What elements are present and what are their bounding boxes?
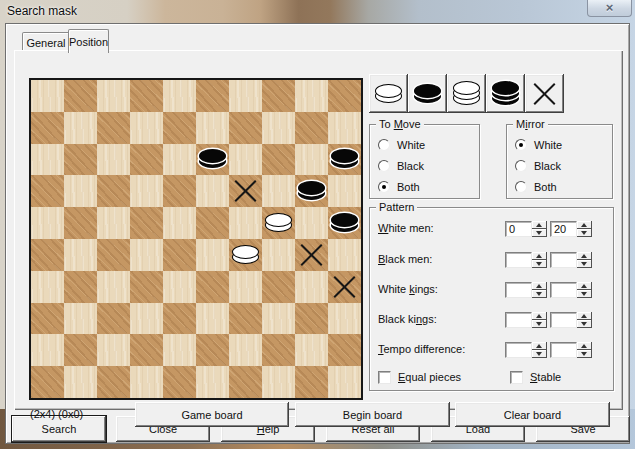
light-square	[196, 175, 229, 207]
square-38[interactable]	[163, 303, 196, 335]
square-36[interactable]	[31, 303, 64, 335]
spin-up[interactable]	[532, 312, 547, 320]
spin-up[interactable]	[577, 221, 592, 229]
spin-up[interactable]	[577, 282, 592, 290]
piece-count-label: (2x4) (0x0)	[30, 408, 83, 420]
light-square	[163, 271, 196, 303]
title-bar: Search mask ×	[0, 0, 635, 23]
white-man-icon	[375, 84, 402, 104]
x-mark	[233, 179, 258, 204]
square-16[interactable]	[31, 175, 64, 207]
spin-up[interactable]	[577, 252, 592, 260]
square-34[interactable]	[262, 271, 295, 303]
light-square	[31, 271, 64, 303]
square-7[interactable]	[97, 112, 130, 144]
light-square	[64, 175, 97, 207]
mirror-white-radio[interactable]: White	[515, 138, 562, 152]
begin-board-button[interactable]: Begin board	[295, 402, 450, 427]
light-square	[262, 239, 295, 271]
light-square	[295, 144, 328, 176]
pattern-group-label: Pattern	[376, 200, 417, 214]
clear-board-button[interactable]: Clear board	[455, 402, 610, 427]
square-25[interactable]	[328, 207, 361, 239]
light-square	[229, 144, 262, 176]
light-square	[196, 112, 229, 144]
light-square	[163, 80, 196, 112]
square-5[interactable]	[328, 80, 361, 112]
mirror-group: Mirror White Black Both	[506, 124, 613, 199]
light-square	[328, 366, 361, 398]
square-48[interactable]	[163, 366, 196, 398]
equal-pieces-checkbox[interactable]: Equal pieces	[378, 370, 461, 384]
mirror-black-radio[interactable]: Black	[515, 159, 561, 173]
light-square	[130, 239, 163, 271]
radio-circle	[378, 160, 390, 172]
light-square	[328, 112, 361, 144]
light-square	[229, 80, 262, 112]
black-men-min-spinner	[532, 252, 547, 268]
light-square	[31, 144, 64, 176]
white-kings-min-spinner	[532, 282, 547, 298]
checkbox-box	[378, 371, 391, 384]
square-30[interactable]	[295, 239, 328, 271]
square-49[interactable]	[229, 366, 262, 398]
light-square	[97, 80, 130, 112]
square-37[interactable]	[97, 303, 130, 335]
radio-circle	[378, 139, 390, 151]
light-square	[97, 144, 130, 176]
search-mask-dialog: General Position (2x4) (0x0) Game board …	[5, 23, 630, 444]
square-23[interactable]	[196, 207, 229, 239]
to-move-both-radio[interactable]: Both	[378, 180, 420, 194]
radio-circle	[515, 160, 527, 172]
light-square	[163, 334, 196, 366]
square-1[interactable]	[64, 80, 97, 112]
radio-circle	[515, 181, 527, 193]
light-square	[196, 366, 229, 398]
x-mark-icon	[532, 81, 557, 106]
light-square	[163, 144, 196, 176]
tab-general[interactable]: General	[22, 32, 70, 52]
square-6[interactable]	[31, 112, 64, 144]
light-square	[64, 239, 97, 271]
light-square	[31, 80, 64, 112]
black-men-row: Black men:	[370, 252, 613, 269]
checkbox-box	[510, 371, 523, 384]
spin-up[interactable]	[532, 282, 547, 290]
black-kings-min-spinner	[532, 312, 547, 328]
black-kings-min-input[interactable]	[505, 312, 532, 328]
draughts-board[interactable]	[29, 78, 363, 400]
white-men-min-spinner	[532, 221, 547, 237]
tempo-min-spinner	[532, 342, 547, 358]
pattern-group: Pattern White men: 0 20 Black men: W	[369, 207, 614, 391]
square-4[interactable]	[262, 80, 295, 112]
square-20[interactable]	[295, 175, 328, 207]
black-kings-max-input[interactable]	[550, 312, 577, 328]
light-square	[262, 366, 295, 398]
square-44[interactable]	[262, 334, 295, 366]
square-50[interactable]	[295, 366, 328, 398]
square-43[interactable]	[196, 334, 229, 366]
square-3[interactable]	[196, 80, 229, 112]
light-square	[295, 207, 328, 239]
select-x-mark-button[interactable]	[525, 74, 564, 113]
square-2[interactable]	[130, 80, 163, 112]
tempo-max-spinner	[577, 342, 592, 358]
white-king-icon	[453, 81, 480, 106]
white-man	[232, 245, 259, 265]
spin-down[interactable]	[532, 320, 547, 328]
black-kings-row: Black kings:	[370, 312, 613, 329]
mirror-both-radio[interactable]: Both	[515, 180, 557, 194]
light-square	[328, 175, 361, 207]
game-board-button[interactable]: Game board	[135, 402, 289, 427]
light-square	[295, 271, 328, 303]
spin-up[interactable]	[577, 312, 592, 320]
black-man	[331, 149, 358, 169]
light-square	[130, 175, 163, 207]
square-40[interactable]	[295, 303, 328, 335]
spin-down[interactable]	[532, 229, 547, 237]
light-square	[328, 303, 361, 335]
square-39[interactable]	[229, 303, 262, 335]
square-17[interactable]	[97, 175, 130, 207]
to-move-black-radio[interactable]: Black	[378, 159, 424, 173]
square-19[interactable]	[229, 175, 262, 207]
spin-up[interactable]	[532, 342, 547, 350]
black-men-max-spinner	[577, 252, 592, 268]
to-move-group-label: To Move	[376, 117, 424, 131]
square-18[interactable]	[163, 175, 196, 207]
light-square	[229, 271, 262, 303]
select-black-king-button[interactable]	[486, 74, 525, 113]
light-square	[31, 207, 64, 239]
light-square	[31, 334, 64, 366]
stable-checkbox[interactable]: Stable	[510, 370, 561, 384]
square-41[interactable]	[64, 334, 97, 366]
black-man	[199, 149, 226, 169]
square-9[interactable]	[229, 112, 262, 144]
square-31[interactable]	[64, 271, 97, 303]
light-square	[196, 239, 229, 271]
mirror-group-label: Mirror	[513, 117, 548, 131]
tab-position[interactable]: Position	[68, 29, 109, 53]
square-8[interactable]	[163, 112, 196, 144]
white-kings-max-spinner	[577, 282, 592, 298]
white-men-max-input[interactable]: 20	[550, 221, 577, 237]
light-square	[262, 175, 295, 207]
spin-down[interactable]	[532, 350, 547, 358]
square-12[interactable]	[130, 144, 163, 176]
black-men-max-input[interactable]	[550, 252, 577, 268]
square-28[interactable]	[163, 239, 196, 271]
light-square	[295, 80, 328, 112]
light-square	[97, 271, 130, 303]
close-button[interactable]: ×	[587, 0, 632, 17]
light-square	[229, 334, 262, 366]
select-black-man-button[interactable]	[408, 74, 447, 113]
black-king-icon	[492, 81, 519, 106]
light-square	[295, 334, 328, 366]
square-26[interactable]	[31, 239, 64, 271]
white-kings-max-input[interactable]	[550, 282, 577, 298]
white-kings-row: White kings:	[370, 282, 613, 299]
spin-up[interactable]	[577, 342, 592, 350]
light-square	[97, 207, 130, 239]
screen: Search mask × General Position (2x4) (0x…	[0, 0, 635, 449]
white-men-max-spinner	[577, 221, 592, 237]
black-men-min-input[interactable]	[505, 252, 532, 268]
white-man	[265, 213, 292, 233]
light-square	[130, 366, 163, 398]
square-14[interactable]	[262, 144, 295, 176]
light-square	[64, 366, 97, 398]
black-man-icon	[414, 84, 441, 104]
tempo-min-input[interactable]	[505, 342, 532, 358]
to-move-white-radio[interactable]: White	[378, 138, 425, 152]
square-15[interactable]	[328, 144, 361, 176]
light-square	[196, 303, 229, 335]
light-square	[97, 334, 130, 366]
select-white-man-button[interactable]	[369, 74, 408, 113]
light-square	[64, 112, 97, 144]
tempo-difference-row: Tempo difference:	[370, 342, 613, 359]
window-title: Search mask	[7, 4, 77, 18]
square-32[interactable]	[130, 271, 163, 303]
spin-down[interactable]	[577, 350, 592, 358]
square-47[interactable]	[97, 366, 130, 398]
light-square	[328, 239, 361, 271]
spin-up[interactable]	[532, 252, 547, 260]
light-square	[163, 207, 196, 239]
spin-down[interactable]	[577, 260, 592, 268]
black-man	[331, 213, 358, 233]
square-45[interactable]	[328, 334, 361, 366]
square-29[interactable]	[229, 239, 262, 271]
square-21[interactable]	[64, 207, 97, 239]
light-square	[229, 207, 262, 239]
close-icon: ×	[606, 3, 614, 13]
spin-down[interactable]	[532, 290, 547, 298]
white-men-row: White men: 0 20	[370, 221, 613, 238]
radio-circle	[515, 139, 527, 151]
spin-down[interactable]	[577, 320, 592, 328]
square-42[interactable]	[130, 334, 163, 366]
white-men-min-input[interactable]: 0	[505, 221, 532, 237]
light-square	[262, 303, 295, 335]
spin-up[interactable]	[532, 221, 547, 229]
square-11[interactable]	[64, 144, 97, 176]
square-35[interactable]	[328, 271, 361, 303]
square-22[interactable]	[130, 207, 163, 239]
light-square	[130, 112, 163, 144]
tempo-max-input[interactable]	[550, 342, 577, 358]
light-square	[262, 112, 295, 144]
to-move-group: To Move White Black Both	[369, 124, 480, 199]
spin-down[interactable]	[577, 229, 592, 237]
square-46[interactable]	[31, 366, 64, 398]
position-tab-panel: (2x4) (0x0) Game board Begin board Clear…	[14, 50, 623, 410]
spin-down[interactable]	[532, 260, 547, 268]
spin-down[interactable]	[577, 290, 592, 298]
square-10[interactable]	[295, 112, 328, 144]
square-27[interactable]	[97, 239, 130, 271]
radio-circle	[378, 181, 390, 193]
x-mark	[299, 242, 324, 267]
light-square	[64, 303, 97, 335]
x-mark	[332, 274, 357, 299]
black-man	[298, 181, 325, 201]
select-white-king-button[interactable]	[447, 74, 486, 113]
black-kings-max-spinner	[577, 312, 592, 328]
light-square	[130, 303, 163, 335]
white-kings-min-input[interactable]	[505, 282, 532, 298]
square-33[interactable]	[196, 271, 229, 303]
square-24[interactable]	[262, 207, 295, 239]
square-13[interactable]	[196, 144, 229, 176]
